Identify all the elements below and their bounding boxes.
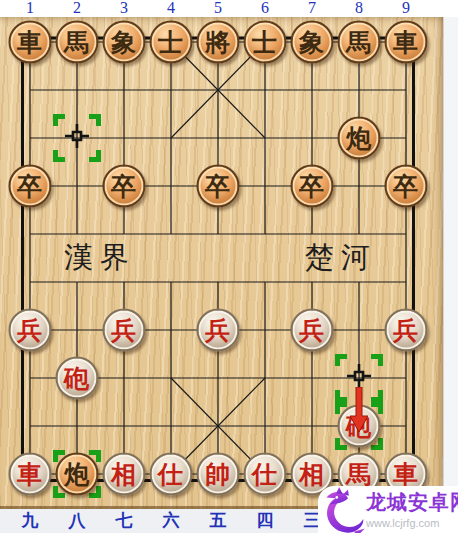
- black-chariot[interactable]: 車: [8, 21, 51, 64]
- board-point-r2c3[interactable]: [100, 66, 147, 114]
- board-point-r3c6[interactable]: [241, 114, 288, 162]
- black-soldier[interactable]: 卒: [8, 165, 51, 208]
- site-watermark[interactable]: 龙城安卓网 www.lcjrfg.com: [318, 486, 458, 533]
- black-elephant[interactable]: 象: [290, 21, 333, 64]
- board-point-r1c8[interactable]: 馬: [335, 18, 382, 66]
- board-point-r10c3[interactable]: 相: [100, 450, 147, 498]
- board-point-r8c4[interactable]: [147, 354, 194, 402]
- black-elephant[interactable]: 象: [102, 21, 145, 64]
- board-point-r9c1[interactable]: [6, 402, 53, 450]
- black-soldier[interactable]: 卒: [290, 165, 333, 208]
- black-soldier[interactable]: 卒: [102, 165, 145, 208]
- black-soldier[interactable]: 卒: [384, 165, 427, 208]
- board-point-r6c9[interactable]: [382, 258, 429, 306]
- file-label-bottom-6: 四: [257, 510, 274, 533]
- board-point-r7c9[interactable]: 兵: [382, 306, 429, 354]
- board-point-r8c3[interactable]: [100, 354, 147, 402]
- file-label-top-1: 1: [26, 0, 34, 17]
- file-label-bottom-2: 八: [69, 510, 86, 533]
- board-point-r6c1[interactable]: [6, 258, 53, 306]
- board-point-r8c8[interactable]: [335, 354, 382, 402]
- file-label-top-7: 7: [308, 0, 316, 17]
- black-horse[interactable]: 馬: [337, 21, 380, 64]
- top-coordinate-labels: 123456789: [0, 0, 458, 17]
- red-elephant[interactable]: 相: [102, 453, 145, 496]
- board-point-r6c4[interactable]: [147, 258, 194, 306]
- board-point-r1c3[interactable]: 象: [100, 18, 147, 66]
- file-label-top-3: 3: [120, 0, 128, 17]
- board-point-r9c4[interactable]: [147, 402, 194, 450]
- board-point-r9c8[interactable]: 砲: [335, 402, 382, 450]
- board-point-r9c3[interactable]: [100, 402, 147, 450]
- board-point-r1c6[interactable]: 士: [241, 18, 288, 66]
- watermark-site-name: 龙城安卓网: [366, 489, 458, 516]
- board-point-r9c6[interactable]: [241, 402, 288, 450]
- black-horse[interactable]: 馬: [55, 21, 98, 64]
- board-point-r10c6[interactable]: 仕: [241, 450, 288, 498]
- board-point-r7c4[interactable]: [147, 306, 194, 354]
- board-point-r3c5[interactable]: [194, 114, 241, 162]
- board-point-r3c9[interactable]: [382, 114, 429, 162]
- board-point-r1c4[interactable]: 士: [147, 18, 194, 66]
- board-point-r10c1[interactable]: 車: [6, 450, 53, 498]
- board-point-r5c3[interactable]: [100, 210, 147, 258]
- watermark-site-url: www.lcjrfg.com: [366, 517, 458, 529]
- board-point-r3c4[interactable]: [147, 114, 194, 162]
- red-general[interactable]: 帥: [196, 453, 239, 496]
- scrollbar-track[interactable]: [443, 17, 458, 533]
- board-point-r9c2[interactable]: [53, 402, 100, 450]
- red-cannon[interactable]: 砲: [337, 405, 380, 448]
- board-point-r5c4[interactable]: [147, 210, 194, 258]
- board-point-r6c3[interactable]: [100, 258, 147, 306]
- board-point-r7c2[interactable]: [53, 306, 100, 354]
- board-point-r1c9[interactable]: 車: [382, 18, 429, 66]
- board-point-r4c1[interactable]: 卒: [6, 162, 53, 210]
- red-advisor[interactable]: 仕: [149, 453, 192, 496]
- black-advisor[interactable]: 士: [243, 21, 286, 64]
- board-point-r3c8[interactable]: 炮: [335, 114, 382, 162]
- board-point-r4c9[interactable]: 卒: [382, 162, 429, 210]
- board-point-r8c2[interactable]: 砲: [53, 354, 100, 402]
- board-point-r2c9[interactable]: [382, 66, 429, 114]
- board-point-r9c5[interactable]: [194, 402, 241, 450]
- board-point-r6c2[interactable]: [53, 258, 100, 306]
- board-point-r4c5[interactable]: 卒: [194, 162, 241, 210]
- crosshair-icon: [62, 121, 92, 155]
- board-point-r6c6[interactable]: [241, 258, 288, 306]
- file-label-bottom-5: 五: [210, 510, 227, 533]
- board-point-r5c5[interactable]: [194, 210, 241, 258]
- board-point-r5c6[interactable]: [241, 210, 288, 258]
- board-point-r9c7[interactable]: [288, 402, 335, 450]
- black-cannon[interactable]: 炮: [337, 117, 380, 160]
- board-point-r7c5[interactable]: 兵: [194, 306, 241, 354]
- board-point-r8c1[interactable]: [6, 354, 53, 402]
- red-soldier[interactable]: 兵: [196, 309, 239, 352]
- board-point-r5c9[interactable]: [382, 210, 429, 258]
- board-point-r10c5[interactable]: 帥: [194, 450, 241, 498]
- board-point-r2c5[interactable]: [194, 66, 241, 114]
- board-point-r1c1[interactable]: 車: [6, 18, 53, 66]
- board-point-r5c7[interactable]: [288, 210, 335, 258]
- red-soldier[interactable]: 兵: [8, 309, 51, 352]
- board-point-r10c4[interactable]: 仕: [147, 450, 194, 498]
- board-point-r2c2[interactable]: [53, 66, 100, 114]
- board-point-r1c5[interactable]: 將: [194, 18, 241, 66]
- black-cannon[interactable]: 炮: [55, 453, 98, 496]
- black-soldier[interactable]: 卒: [196, 165, 239, 208]
- crosshair-icon: [344, 361, 374, 395]
- file-label-top-5: 5: [214, 0, 222, 17]
- board-point-r4c8[interactable]: [335, 162, 382, 210]
- file-label-top-2: 2: [73, 0, 81, 17]
- black-advisor[interactable]: 士: [149, 21, 192, 64]
- black-chariot[interactable]: 車: [384, 21, 427, 64]
- board-point-r9c9[interactable]: [382, 402, 429, 450]
- board-point-r3c1[interactable]: [6, 114, 53, 162]
- board-point-r7c7[interactable]: 兵: [288, 306, 335, 354]
- xiangqi-app-screen: 漢界 楚河 車馬象士將士象馬車炮卒卒卒卒卒兵兵兵兵兵砲砲車炮相仕帥仕相馬車 12…: [0, 0, 458, 533]
- board-point-r6c5[interactable]: [194, 258, 241, 306]
- file-label-top-8: 8: [355, 0, 363, 17]
- board-point-r5c8[interactable]: [335, 210, 382, 258]
- file-label-bottom-3: 七: [116, 510, 133, 533]
- board-point-r2c7[interactable]: [288, 66, 335, 114]
- file-label-bottom-4: 六: [163, 510, 180, 533]
- red-soldier[interactable]: 兵: [384, 309, 427, 352]
- file-label-top-9: 9: [402, 0, 410, 17]
- board-point-r1c7[interactable]: 象: [288, 18, 335, 66]
- board-point-r7c8[interactable]: [335, 306, 382, 354]
- red-cannon[interactable]: 砲: [55, 357, 98, 400]
- file-label-top-4: 4: [167, 0, 175, 17]
- black-general[interactable]: 將: [196, 21, 239, 64]
- red-chariot[interactable]: 車: [8, 453, 51, 496]
- target-crosshair-marker: [53, 114, 101, 162]
- board-point-r4c7[interactable]: 卒: [288, 162, 335, 210]
- red-advisor[interactable]: 仕: [243, 453, 286, 496]
- board-point-r8c9[interactable]: [382, 354, 429, 402]
- file-label-top-6: 6: [261, 0, 269, 17]
- board-point-r7c3[interactable]: 兵: [100, 306, 147, 354]
- board-point-r4c4[interactable]: [147, 162, 194, 210]
- board-point-r3c7[interactable]: [288, 114, 335, 162]
- board-point-r7c6[interactable]: [241, 306, 288, 354]
- board-point-r3c2[interactable]: [53, 114, 100, 162]
- board-point-r3c3[interactable]: [100, 114, 147, 162]
- file-label-bottom-1: 九: [22, 510, 39, 533]
- board-point-r2c4[interactable]: [147, 66, 194, 114]
- board-point-r8c7[interactable]: [288, 354, 335, 402]
- board-point-r2c1[interactable]: [6, 66, 53, 114]
- board-point-r4c6[interactable]: [241, 162, 288, 210]
- target-crosshair-marker: [335, 354, 383, 402]
- dragon-logo: [320, 487, 368, 533]
- board-point-r2c8[interactable]: [335, 66, 382, 114]
- board-point-r5c1[interactable]: [6, 210, 53, 258]
- board-point-r7c1[interactable]: 兵: [6, 306, 53, 354]
- board-point-r4c2[interactable]: [53, 162, 100, 210]
- xiangqi-board-grid: 車馬象士將士象馬車炮卒卒卒卒卒兵兵兵兵兵砲砲車炮相仕帥仕相馬車: [6, 18, 429, 498]
- board-point-r4c3[interactable]: 卒: [100, 162, 147, 210]
- board-point-r1c2[interactable]: 馬: [53, 18, 100, 66]
- board-point-r8c5[interactable]: [194, 354, 241, 402]
- board-point-r8c6[interactable]: [241, 354, 288, 402]
- board-point-r6c8[interactable]: [335, 258, 382, 306]
- red-soldier[interactable]: 兵: [290, 309, 333, 352]
- board-point-r10c2[interactable]: 炮: [53, 450, 100, 498]
- board-point-r6c7[interactable]: [288, 258, 335, 306]
- board-point-r5c2[interactable]: [53, 210, 100, 258]
- red-soldier[interactable]: 兵: [102, 309, 145, 352]
- board-point-r2c6[interactable]: [241, 66, 288, 114]
